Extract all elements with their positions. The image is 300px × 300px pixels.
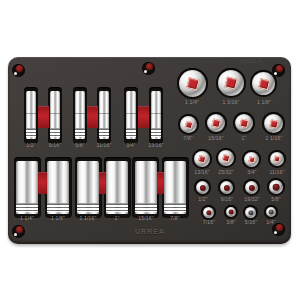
- socket-recess: [216, 148, 236, 168]
- socket-size-label: 9/16": [49, 142, 62, 148]
- socket-recess: [216, 68, 246, 98]
- round-drive-hole: [199, 184, 205, 190]
- socket-size-label: 5/8": [75, 142, 85, 148]
- shallow-socket: [252, 72, 275, 95]
- red-divider: [38, 106, 49, 128]
- deep-socket: [75, 91, 85, 139]
- socket-size-label: 11/16": [269, 169, 284, 175]
- shallow-socket: [218, 150, 234, 166]
- hole-red-liner: [146, 63, 153, 70]
- hole-highlight: [274, 231, 277, 234]
- mounting-hole: [12, 225, 25, 238]
- socket-size-label: 1 3/16": [222, 99, 239, 105]
- deep-socket: [106, 161, 128, 214]
- shallow-socket: [245, 207, 256, 218]
- mounting-hole: [12, 64, 25, 77]
- socket-recess: [243, 179, 260, 196]
- square-drive-hole: [222, 154, 230, 162]
- square-drive-hole: [186, 77, 200, 91]
- shallow-socket: [235, 114, 253, 132]
- socket-recess: [233, 112, 255, 134]
- shallow-socket: [244, 152, 259, 167]
- mounting-hole: [142, 62, 155, 75]
- socket-size-label: 7/8": [170, 215, 180, 221]
- round-drive-hole: [248, 184, 254, 190]
- socket-recess: [178, 114, 199, 135]
- socket-size-label: 13/16": [148, 142, 164, 148]
- socket-size-label: 1 1/16": [79, 215, 96, 221]
- socket-recess: [177, 68, 208, 99]
- socket-size-label: 7/8": [183, 135, 193, 141]
- hole-red-liner: [16, 226, 23, 233]
- socket-size-label: 1 1/8": [257, 99, 271, 105]
- socket-size-label: 5/16": [245, 219, 258, 225]
- brand-logo: URREA: [131, 228, 169, 235]
- square-drive-hole: [239, 118, 248, 127]
- socket-size-label: 1/2": [198, 196, 208, 202]
- red-divider: [138, 106, 149, 128]
- socket-recess: [218, 179, 235, 196]
- socket-size-label: 3/4": [247, 169, 257, 175]
- deep-socket: [164, 161, 186, 214]
- socket-size-label: 1 1/16": [265, 135, 282, 141]
- square-drive-hole: [269, 119, 279, 129]
- socket-size-label: 3/8": [226, 219, 236, 225]
- shallow-socket: [270, 152, 284, 166]
- deep-socket: [16, 161, 38, 214]
- shallow-socket: [226, 207, 236, 217]
- deep-socket: [99, 91, 109, 139]
- socket-size-label: 5/8": [271, 196, 281, 202]
- shallow-socket: [207, 114, 225, 132]
- hole-highlight: [14, 233, 17, 236]
- red-divider: [87, 106, 98, 128]
- round-drive-hole: [273, 184, 280, 191]
- socket-recess: [262, 112, 285, 135]
- shallow-socket: [269, 180, 283, 194]
- deep-socket: [77, 161, 99, 214]
- shallow-socket: [203, 207, 214, 218]
- socket-size-label: 1/2": [26, 142, 36, 148]
- square-drive-hole: [248, 156, 256, 164]
- socket-size-label: 1": [242, 135, 247, 141]
- socket-size-label: 1": [115, 215, 120, 221]
- socket-recess: [267, 178, 285, 196]
- socket-size-label: 1 1/4": [20, 215, 34, 221]
- socket-recess: [205, 112, 227, 134]
- deep-socket: [47, 161, 69, 214]
- model-number: CH201-F: [226, 58, 262, 64]
- socket-size-label: 25/32": [218, 169, 234, 175]
- square-drive-hole: [198, 155, 206, 163]
- shallow-socket: [245, 181, 258, 194]
- socket-size-label: 1/4": [266, 219, 276, 225]
- socket-recess: [268, 150, 286, 168]
- shallow-socket: [266, 207, 276, 217]
- square-drive-hole: [211, 118, 220, 127]
- socket-recess: [243, 205, 258, 220]
- deep-socket: [26, 91, 36, 139]
- socket-recess: [224, 205, 238, 219]
- round-drive-hole: [229, 210, 234, 215]
- socket-recess: [242, 150, 261, 169]
- socket-recess: [192, 149, 212, 169]
- socket-size-label: 15/16": [208, 135, 224, 141]
- hole-red-liner: [276, 65, 283, 72]
- shallow-socket: [194, 151, 210, 167]
- deep-socket: [50, 91, 60, 139]
- hole-red-liner: [16, 65, 23, 72]
- shallow-socket: [196, 181, 209, 194]
- shallow-socket: [180, 116, 197, 133]
- square-drive-hole: [184, 120, 193, 129]
- socket-recess: [264, 205, 278, 219]
- socket-recess: [250, 70, 277, 97]
- deep-socket: [126, 91, 136, 139]
- socket-size-label: 15/16": [138, 215, 154, 221]
- socket-size-label: 11/16": [96, 142, 111, 148]
- hex-drive-hole: [248, 210, 253, 215]
- hole-red-liner: [276, 224, 283, 231]
- square-drive-hole: [273, 155, 280, 162]
- product-photo: CH201-F 1/2" 9/16" 5/8" 11/16" 3/4" 13/1…: [0, 0, 300, 300]
- socket-recess: [194, 179, 211, 196]
- shallow-socket: [218, 70, 244, 96]
- hole-highlight: [274, 72, 277, 75]
- socket-size-label: 9/16": [221, 196, 234, 202]
- square-drive-hole: [224, 76, 237, 89]
- shallow-socket: [179, 70, 206, 97]
- hole-highlight: [144, 70, 147, 73]
- deep-socket: [135, 161, 157, 214]
- socket-size-label: 13/16": [194, 169, 210, 175]
- hole-highlight: [14, 72, 17, 75]
- socket-size-label: 3/4": [126, 142, 136, 148]
- socket-recess: [201, 205, 216, 220]
- square-drive-hole: [258, 78, 270, 90]
- deep-socket: [151, 91, 161, 139]
- socket-size-label: 7/16": [203, 219, 216, 225]
- hex-drive-hole: [269, 210, 274, 215]
- round-drive-hole: [206, 210, 211, 215]
- socket-size-label: 19/32": [244, 196, 260, 202]
- socket-size-label: 1 1/4": [185, 99, 199, 105]
- shallow-socket: [220, 181, 233, 194]
- socket-size-label: 1 1/8": [51, 215, 65, 221]
- round-drive-hole: [223, 184, 229, 190]
- shallow-socket: [264, 114, 283, 133]
